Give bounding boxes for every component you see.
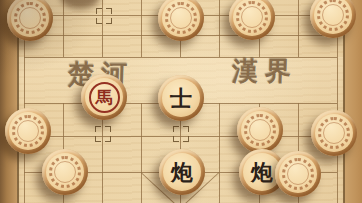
- piece-face: [314, 0, 352, 34]
- piece-face: [241, 111, 279, 149]
- piece-ring: 馬: [89, 82, 120, 113]
- piece-character: 士: [170, 87, 192, 109]
- piece-character: 炮: [171, 161, 193, 183]
- hidden-piece[interactable]: [42, 149, 88, 195]
- black-advisor-piece[interactable]: 士: [158, 75, 204, 121]
- partial-offscreen-piece[interactable]: [60, 0, 100, 9]
- piece-face: [279, 155, 317, 193]
- piece-face: [46, 153, 84, 191]
- hidden-piece[interactable]: [229, 0, 275, 40]
- hidden-piece[interactable]: [5, 108, 51, 154]
- hidden-piece[interactable]: [311, 110, 357, 156]
- piece-face: 炮: [163, 153, 201, 191]
- hidden-piece[interactable]: [237, 107, 283, 153]
- piece-face: [11, 0, 49, 37]
- piece-face: 馬: [85, 78, 123, 116]
- piece-face: [315, 114, 353, 152]
- piece-face: [162, 0, 200, 37]
- piece-face: [9, 112, 47, 150]
- hidden-piece[interactable]: [275, 151, 321, 197]
- red-horse-piece[interactable]: 馬: [81, 74, 127, 120]
- piece-character: 馬: [96, 89, 113, 106]
- xiangqi-board: 楚河 漢界 馬士炮炮: [0, 0, 362, 203]
- hidden-piece[interactable]: [310, 0, 356, 38]
- hidden-piece[interactable]: [158, 0, 204, 41]
- piece-character: 炮: [251, 161, 273, 183]
- piece-face: 士: [162, 79, 200, 117]
- black-cannon-piece[interactable]: 炮: [159, 149, 205, 195]
- piece-layer: 馬士炮炮: [0, 0, 362, 203]
- piece-face: [233, 0, 271, 36]
- hidden-piece[interactable]: [7, 0, 53, 41]
